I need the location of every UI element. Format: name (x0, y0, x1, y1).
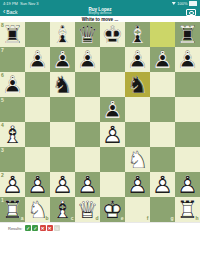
white-pawn: ♟♙ (150, 172, 175, 197)
square-f4[interactable] (125, 122, 150, 147)
white-king: ♚♔ (100, 197, 125, 222)
square-b1[interactable]: b♞♘ (25, 197, 50, 222)
white-bishop: ♝♗ (0, 122, 25, 147)
black-pawn: ♟♙ (50, 47, 75, 72)
black-rook: ♜♖ (0, 22, 25, 47)
square-a1[interactable]: 1a♜♖ (0, 197, 25, 222)
nav-bar: ‹ Back Ruy Lopez Morphy defense (0, 7, 200, 16)
battery-icon (189, 1, 197, 6)
square-d4[interactable] (75, 122, 100, 147)
white-knight: ♞♘ (25, 197, 50, 222)
status-time: 4:19 PM (3, 0, 18, 7)
square-e6[interactable] (100, 72, 125, 97)
white-pawn: ♟♙ (100, 122, 125, 147)
white-rook: ♜♖ (175, 197, 200, 222)
square-d5[interactable] (75, 97, 100, 122)
square-a5[interactable]: 5 (0, 97, 25, 122)
black-king: ♚♔ (100, 22, 125, 47)
square-g7[interactable]: ♟♙ (150, 47, 175, 72)
white-pawn: ♟♙ (125, 172, 150, 197)
square-b6[interactable] (25, 72, 50, 97)
square-b8[interactable] (25, 22, 50, 47)
file-label-g: g (170, 216, 173, 221)
status-time-date: 4:19 PM Sun Nov 3 (3, 0, 39, 7)
chess-board: 8♜♖♝♗♛♕♚♔♝♗♜♖7♟♙♟♙♟♙♟♙♟♙♟♙6♟♙♞♘♞♘5♟♙4♝♗♟… (0, 22, 200, 222)
black-bishop: ♝♗ (50, 22, 75, 47)
square-h5[interactable] (175, 97, 200, 122)
square-e2[interactable] (100, 172, 125, 197)
square-b5[interactable] (25, 97, 50, 122)
white-knight: ♞♘ (125, 147, 150, 172)
square-g3[interactable] (150, 147, 175, 172)
app-header: 4:19 PM Sun Nov 3 100% ‹ Back Ruy Lopez … (0, 0, 200, 16)
black-pawn: ♟♙ (75, 47, 100, 72)
black-pawn: ♟♙ (100, 97, 125, 122)
square-d1[interactable]: d♛♕ (75, 197, 100, 222)
square-h4[interactable] (175, 122, 200, 147)
square-g4[interactable] (150, 122, 175, 147)
file-label-f: f (147, 216, 149, 221)
page-subtitle: Morphy defense (0, 12, 200, 16)
white-pawn: ♟♙ (75, 172, 100, 197)
square-a6[interactable]: 6♟♙ (0, 72, 25, 97)
square-c6[interactable]: ♞♘ (50, 72, 75, 97)
square-d2[interactable]: ♟♙ (75, 172, 100, 197)
status-bar: 4:19 PM Sun Nov 3 100% (0, 0, 200, 7)
square-e7[interactable] (100, 47, 125, 72)
square-d6[interactable] (75, 72, 100, 97)
square-c1[interactable]: c♝♗ (50, 197, 75, 222)
white-queen: ♛♕ (75, 197, 100, 222)
square-e3[interactable] (100, 147, 125, 172)
square-c7[interactable]: ♟♙ (50, 47, 75, 72)
square-g5[interactable] (150, 97, 175, 122)
rank-label-5: 5 (1, 98, 4, 103)
square-d7[interactable]: ♟♙ (75, 47, 100, 72)
square-g6[interactable] (150, 72, 175, 97)
results-label: Results: (8, 226, 22, 231)
square-h3[interactable] (175, 147, 200, 172)
square-g2[interactable]: ♟♙ (150, 172, 175, 197)
square-b3[interactable] (25, 147, 50, 172)
square-f2[interactable]: ♟♙ (125, 172, 150, 197)
black-bishop: ♝♗ (125, 22, 150, 47)
white-pawn: ♟♙ (50, 172, 75, 197)
black-queen: ♛♕ (75, 22, 100, 47)
square-e8[interactable]: ♚♔ (100, 22, 125, 47)
square-f6[interactable]: ♞♘ (125, 72, 150, 97)
black-pawn: ♟♙ (25, 47, 50, 72)
square-e1[interactable]: e♚♔ (100, 197, 125, 222)
square-b4[interactable] (25, 122, 50, 147)
square-a7[interactable]: 7 (0, 47, 25, 72)
square-f1[interactable]: f (125, 197, 150, 222)
square-c3[interactable] (50, 147, 75, 172)
square-g1[interactable]: g (150, 197, 175, 222)
square-c8[interactable]: ♝♗ (50, 22, 75, 47)
white-pawn: ♟♙ (0, 172, 25, 197)
square-f5[interactable] (125, 97, 150, 122)
black-pawn: ♟♙ (150, 47, 175, 72)
square-d3[interactable] (75, 147, 100, 172)
square-g8[interactable] (150, 22, 175, 47)
white-pawn: ♟♙ (175, 172, 200, 197)
camera-icon[interactable] (186, 9, 196, 16)
square-a8[interactable]: 8♜♖ (0, 22, 25, 47)
black-rook: ♜♖ (175, 22, 200, 47)
status-icons: 100% (172, 0, 197, 7)
square-d8[interactable]: ♛♕ (75, 22, 100, 47)
result-chip-3: ✕ (40, 225, 46, 231)
square-f7[interactable]: ♟♙ (125, 47, 150, 72)
square-b7[interactable]: ♟♙ (25, 47, 50, 72)
result-chip-5: ½ (54, 225, 60, 231)
square-h2[interactable]: ♟♙ (175, 172, 200, 197)
square-h8[interactable]: ♜♖ (175, 22, 200, 47)
black-pawn: ♟♙ (175, 47, 200, 72)
square-b2[interactable]: ♟♙ (25, 172, 50, 197)
square-c4[interactable] (50, 122, 75, 147)
result-chip-2: ✓ (32, 225, 38, 231)
square-f3[interactable]: ♞♘ (125, 147, 150, 172)
white-bishop: ♝♗ (50, 197, 75, 222)
white-rook: ♜♖ (0, 197, 25, 222)
square-e4[interactable]: ♟♙ (100, 122, 125, 147)
black-pawn: ♟♙ (0, 72, 25, 97)
square-h7[interactable]: ♟♙ (175, 47, 200, 72)
square-a2[interactable]: 2♟♙ (0, 172, 25, 197)
status-date: Sun Nov 3 (20, 0, 39, 7)
square-h6[interactable] (175, 72, 200, 97)
square-c2[interactable]: ♟♙ (50, 172, 75, 197)
rank-label-7: 7 (1, 48, 4, 53)
battery-percent: 100% (177, 0, 187, 7)
rank-label-3: 3 (1, 148, 4, 153)
square-h1[interactable]: h♜♖ (175, 197, 200, 222)
wifi-icon (172, 2, 176, 5)
black-pawn: ♟♙ (125, 47, 150, 72)
square-e5[interactable]: ♟♙ (100, 97, 125, 122)
black-knight: ♞♘ (125, 72, 150, 97)
result-chip-1: ✓ (25, 225, 31, 231)
result-chip-4: ✕ (47, 225, 53, 231)
square-f8[interactable]: ♝♗ (125, 22, 150, 47)
nav-title-block: Ruy Lopez Morphy defense (0, 7, 200, 16)
square-a4[interactable]: 4♝♗ (0, 122, 25, 147)
square-a3[interactable]: 3 (0, 147, 25, 172)
black-knight: ♞♘ (50, 72, 75, 97)
white-pawn: ♟♙ (25, 172, 50, 197)
square-c5[interactable] (50, 97, 75, 122)
